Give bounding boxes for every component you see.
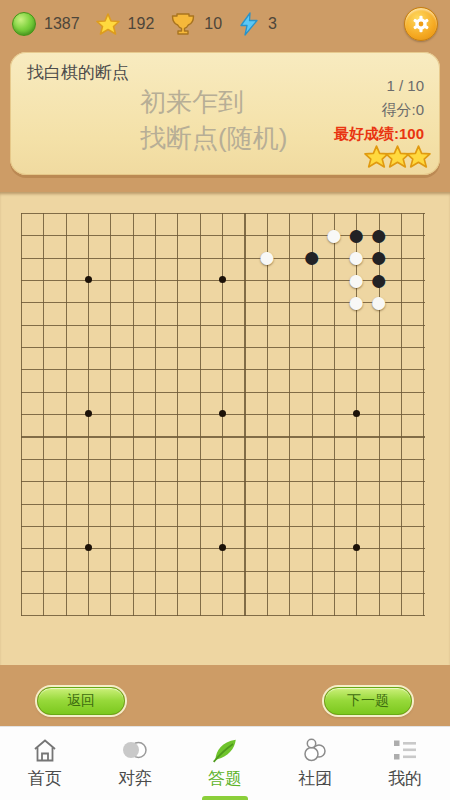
board-intersection[interactable] (278, 313, 300, 335)
board-intersection[interactable] (189, 268, 211, 290)
board-intersection[interactable] (189, 358, 211, 380)
board-intersection[interactable] (54, 492, 76, 514)
board-intersection[interactable] (345, 581, 367, 603)
board-intersection[interactable] (211, 514, 233, 536)
board-intersection[interactable] (300, 492, 322, 514)
board-intersection[interactable] (278, 559, 300, 581)
board-intersection[interactable] (99, 335, 121, 357)
board-intersection[interactable] (10, 425, 32, 447)
board-intersection[interactable] (390, 335, 412, 357)
board-intersection[interactable] (189, 581, 211, 603)
board-intersection[interactable] (54, 246, 76, 268)
board-intersection[interactable] (300, 425, 322, 447)
board-intersection[interactable]: ● (367, 224, 389, 246)
board-intersection[interactable] (323, 201, 345, 223)
board-intersection[interactable] (77, 514, 99, 536)
board-intersection[interactable] (211, 469, 233, 491)
nav-item-home[interactable]: 首页 (0, 727, 90, 800)
board-intersection[interactable] (189, 313, 211, 335)
board-intersection[interactable] (10, 380, 32, 402)
board-intersection[interactable] (99, 224, 121, 246)
board-intersection[interactable] (278, 425, 300, 447)
board-intersection[interactable] (211, 246, 233, 268)
board-intersection[interactable] (211, 201, 233, 223)
board-intersection[interactable] (390, 268, 412, 290)
board-intersection[interactable] (77, 380, 99, 402)
board-intersection[interactable] (10, 514, 32, 536)
board-intersection[interactable] (10, 536, 32, 558)
board-intersection[interactable] (211, 268, 233, 290)
board-intersection[interactable] (99, 536, 121, 558)
board-intersection[interactable] (54, 581, 76, 603)
board-intersection[interactable] (211, 380, 233, 402)
board-intersection[interactable] (189, 291, 211, 313)
board-intersection[interactable] (345, 313, 367, 335)
board-intersection[interactable] (233, 402, 255, 424)
board-intersection[interactable] (367, 492, 389, 514)
board-intersection[interactable] (256, 291, 278, 313)
board-intersection[interactable] (77, 358, 99, 380)
nav-item-play[interactable]: 对弈 (90, 727, 180, 800)
board-intersection[interactable] (211, 492, 233, 514)
board-intersection[interactable] (345, 469, 367, 491)
board-intersection[interactable] (99, 246, 121, 268)
board-intersection[interactable] (412, 335, 434, 357)
board-intersection[interactable] (32, 603, 54, 625)
board-intersection[interactable] (278, 268, 300, 290)
board-intersection[interactable] (54, 425, 76, 447)
board-intersection[interactable] (412, 603, 434, 625)
board-intersection[interactable] (166, 224, 188, 246)
board-intersection[interactable] (54, 291, 76, 313)
board-intersection[interactable] (412, 514, 434, 536)
board-intersection[interactable]: ● (367, 291, 389, 313)
board-intersection[interactable] (211, 447, 233, 469)
board-intersection[interactable] (323, 358, 345, 380)
board-intersection[interactable] (278, 224, 300, 246)
board-intersection[interactable] (77, 425, 99, 447)
board-intersection[interactable] (144, 268, 166, 290)
board-intersection[interactable] (323, 291, 345, 313)
board-intersection[interactable] (10, 201, 32, 223)
board-intersection[interactable] (144, 447, 166, 469)
board-intersection[interactable] (323, 469, 345, 491)
board-intersection[interactable] (367, 380, 389, 402)
board-intersection[interactable] (144, 581, 166, 603)
board-intersection[interactable] (166, 447, 188, 469)
board-intersection[interactable] (144, 402, 166, 424)
board-intersection[interactable] (345, 380, 367, 402)
board-intersection[interactable] (54, 313, 76, 335)
board-intersection[interactable] (345, 447, 367, 469)
board-intersection[interactable] (122, 536, 144, 558)
board-intersection[interactable] (278, 603, 300, 625)
board-intersection[interactable] (166, 603, 188, 625)
board-intersection[interactable] (99, 380, 121, 402)
board-intersection[interactable] (10, 469, 32, 491)
board-intersection[interactable] (32, 514, 54, 536)
board-intersection[interactable] (189, 447, 211, 469)
board-intersection[interactable] (54, 358, 76, 380)
board-intersection[interactable] (345, 425, 367, 447)
board-intersection[interactable] (144, 425, 166, 447)
board-intersection[interactable] (233, 335, 255, 357)
board-intersection[interactable] (144, 358, 166, 380)
board-intersection[interactable] (77, 201, 99, 223)
board-intersection[interactable] (367, 469, 389, 491)
board-intersection[interactable] (278, 581, 300, 603)
board-intersection[interactable] (256, 536, 278, 558)
board-intersection[interactable] (144, 201, 166, 223)
board-intersection[interactable] (233, 559, 255, 581)
board-intersection[interactable] (32, 224, 54, 246)
board-intersection[interactable] (122, 492, 144, 514)
board-intersection[interactable] (77, 224, 99, 246)
board-intersection[interactable] (412, 492, 434, 514)
board-intersection[interactable] (345, 514, 367, 536)
board-intersection[interactable] (99, 559, 121, 581)
board-intersection[interactable] (367, 559, 389, 581)
board-intersection[interactable] (122, 425, 144, 447)
board-intersection[interactable] (323, 425, 345, 447)
board-intersection[interactable] (144, 224, 166, 246)
board-intersection[interactable] (211, 291, 233, 313)
board-intersection[interactable] (77, 581, 99, 603)
board-intersection[interactable] (122, 402, 144, 424)
board-intersection[interactable] (10, 402, 32, 424)
board-intersection[interactable] (10, 559, 32, 581)
board-intersection[interactable] (233, 447, 255, 469)
board-intersection[interactable] (278, 492, 300, 514)
board-intersection[interactable] (300, 559, 322, 581)
board-intersection[interactable] (32, 291, 54, 313)
board-intersection[interactable] (32, 581, 54, 603)
board-intersection[interactable] (300, 447, 322, 469)
board-intersection[interactable] (300, 224, 322, 246)
board-intersection[interactable] (166, 335, 188, 357)
board-intersection[interactable] (323, 447, 345, 469)
board-intersection[interactable]: ● (300, 246, 322, 268)
board-intersection[interactable] (412, 447, 434, 469)
board-intersection[interactable] (54, 335, 76, 357)
board-intersection[interactable] (122, 380, 144, 402)
board-intersection[interactable] (77, 603, 99, 625)
board-intersection[interactable] (99, 425, 121, 447)
board-intersection[interactable] (367, 313, 389, 335)
board-intersection[interactable] (233, 514, 255, 536)
board-intersection[interactable] (144, 603, 166, 625)
board-intersection[interactable] (278, 447, 300, 469)
board-intersection[interactable] (345, 559, 367, 581)
board-intersection[interactable] (390, 313, 412, 335)
board-intersection[interactable] (77, 246, 99, 268)
board-intersection[interactable] (233, 536, 255, 558)
board-intersection[interactable] (278, 291, 300, 313)
board-intersection[interactable] (256, 469, 278, 491)
board-intersection[interactable] (77, 335, 99, 357)
board-intersection[interactable] (166, 536, 188, 558)
board-intersection[interactable] (412, 425, 434, 447)
board-intersection[interactable] (166, 246, 188, 268)
board-intersection[interactable] (32, 201, 54, 223)
board-intersection[interactable]: ● (345, 268, 367, 290)
board-intersection[interactable] (390, 402, 412, 424)
board-intersection[interactable] (345, 335, 367, 357)
board-intersection[interactable] (166, 358, 188, 380)
board-intersection[interactable] (144, 380, 166, 402)
nav-item-quiz[interactable]: 答题 (180, 727, 270, 800)
board-intersection[interactable] (122, 246, 144, 268)
board-intersection[interactable] (122, 358, 144, 380)
board-intersection[interactable] (32, 313, 54, 335)
board-intersection[interactable] (10, 492, 32, 514)
board-intersection[interactable] (367, 514, 389, 536)
next-question-button[interactable]: 下一题 (324, 687, 412, 715)
board-intersection[interactable] (300, 536, 322, 558)
board-intersection[interactable] (390, 291, 412, 313)
board-intersection[interactable] (10, 313, 32, 335)
board-intersection[interactable] (233, 224, 255, 246)
board-intersection[interactable] (323, 380, 345, 402)
board-intersection[interactable] (144, 536, 166, 558)
board-intersection[interactable] (323, 268, 345, 290)
board-intersection[interactable] (189, 201, 211, 223)
board-intersection[interactable] (300, 313, 322, 335)
board-intersection[interactable] (412, 291, 434, 313)
board-intersection[interactable] (99, 313, 121, 335)
board-intersection[interactable] (211, 313, 233, 335)
board-intersection[interactable] (323, 313, 345, 335)
board-intersection[interactable] (144, 492, 166, 514)
board-intersection[interactable] (256, 201, 278, 223)
board-intersection[interactable] (278, 358, 300, 380)
board-intersection[interactable] (54, 603, 76, 625)
board-intersection[interactable] (189, 559, 211, 581)
board-intersection[interactable] (77, 536, 99, 558)
board-intersection[interactable] (10, 246, 32, 268)
board-intersection[interactable] (32, 246, 54, 268)
board-intersection[interactable] (122, 268, 144, 290)
board-intersection[interactable] (10, 335, 32, 357)
board-intersection[interactable] (54, 514, 76, 536)
board-intersection[interactable] (99, 402, 121, 424)
board-intersection[interactable] (144, 291, 166, 313)
board-intersection[interactable] (367, 425, 389, 447)
board-intersection[interactable] (390, 201, 412, 223)
board-intersection[interactable] (166, 291, 188, 313)
board-intersection[interactable] (300, 291, 322, 313)
board-intersection[interactable] (77, 402, 99, 424)
board-intersection[interactable] (233, 246, 255, 268)
board-intersection[interactable] (32, 402, 54, 424)
board-intersection[interactable] (367, 536, 389, 558)
board-intersection[interactable] (166, 313, 188, 335)
board-intersection[interactable] (390, 536, 412, 558)
board-intersection[interactable] (412, 380, 434, 402)
board-intersection[interactable] (211, 335, 233, 357)
board-intersection[interactable] (256, 581, 278, 603)
board-intersection[interactable] (233, 268, 255, 290)
settings-button[interactable] (404, 7, 438, 41)
board-intersection[interactable] (300, 469, 322, 491)
nav-item-mine[interactable]: 我的 (360, 727, 450, 800)
board-intersection[interactable] (233, 380, 255, 402)
board-intersection[interactable] (233, 291, 255, 313)
board-intersection[interactable] (256, 224, 278, 246)
back-button[interactable]: 返回 (37, 687, 125, 715)
board-intersection[interactable]: ● (256, 246, 278, 268)
board-intersection[interactable] (122, 514, 144, 536)
board-intersection[interactable] (233, 201, 255, 223)
board-intersection[interactable] (233, 358, 255, 380)
board-intersection[interactable] (32, 425, 54, 447)
board-intersection[interactable] (166, 268, 188, 290)
board-intersection[interactable]: ● (345, 224, 367, 246)
board-intersection[interactable] (10, 358, 32, 380)
board-intersection[interactable] (367, 358, 389, 380)
board-intersection[interactable] (367, 603, 389, 625)
board-intersection[interactable] (323, 246, 345, 268)
board-intersection[interactable] (99, 447, 121, 469)
board-intersection[interactable] (390, 559, 412, 581)
board-intersection[interactable] (122, 313, 144, 335)
board-intersection[interactable] (122, 603, 144, 625)
board-intersection[interactable] (390, 469, 412, 491)
board-intersection[interactable] (189, 246, 211, 268)
board-intersection[interactable] (256, 447, 278, 469)
board-intersection[interactable] (278, 402, 300, 424)
board-intersection[interactable] (390, 246, 412, 268)
board-intersection[interactable] (32, 469, 54, 491)
board-intersection[interactable] (189, 536, 211, 558)
board-intersection[interactable] (233, 603, 255, 625)
board-intersection[interactable] (144, 469, 166, 491)
board-intersection[interactable] (233, 469, 255, 491)
board-intersection[interactable] (189, 224, 211, 246)
board-intersection[interactable]: ● (367, 268, 389, 290)
board-intersection[interactable] (99, 291, 121, 313)
board-intersection[interactable] (256, 559, 278, 581)
board-intersection[interactable] (99, 514, 121, 536)
board-intersection[interactable] (54, 469, 76, 491)
board-intersection[interactable] (32, 492, 54, 514)
board-intersection[interactable] (99, 201, 121, 223)
board-intersection[interactable] (345, 402, 367, 424)
board-intersection[interactable] (166, 425, 188, 447)
board-intersection[interactable] (10, 447, 32, 469)
board-intersection[interactable] (300, 268, 322, 290)
board-intersection[interactable] (390, 380, 412, 402)
board-intersection[interactable] (323, 536, 345, 558)
board-intersection[interactable] (32, 268, 54, 290)
board-intersection[interactable] (345, 492, 367, 514)
board-intersection[interactable] (166, 492, 188, 514)
board-intersection[interactable] (211, 603, 233, 625)
board-intersection[interactable] (367, 402, 389, 424)
board-intersection[interactable] (211, 581, 233, 603)
board-intersection[interactable] (412, 268, 434, 290)
board-intersection[interactable] (10, 291, 32, 313)
board-intersection[interactable] (278, 246, 300, 268)
board-intersection[interactable] (278, 514, 300, 536)
board-intersection[interactable] (122, 469, 144, 491)
board-intersection[interactable] (256, 335, 278, 357)
board-intersection[interactable] (122, 447, 144, 469)
board-intersection[interactable] (99, 469, 121, 491)
board-intersection[interactable] (233, 492, 255, 514)
board-intersection[interactable] (122, 291, 144, 313)
board-intersection[interactable] (10, 581, 32, 603)
board-intersection[interactable] (390, 514, 412, 536)
board-intersection[interactable] (77, 469, 99, 491)
board-intersection[interactable] (211, 559, 233, 581)
board-intersection[interactable] (412, 581, 434, 603)
board-intersection[interactable] (166, 402, 188, 424)
board-intersection[interactable] (256, 402, 278, 424)
board-intersection[interactable] (390, 492, 412, 514)
board-intersection[interactable] (10, 268, 32, 290)
board-intersection[interactable] (144, 514, 166, 536)
board-intersection[interactable] (345, 201, 367, 223)
board-intersection[interactable] (412, 313, 434, 335)
board-intersection[interactable] (323, 402, 345, 424)
board-intersection[interactable] (54, 402, 76, 424)
board-intersection[interactable] (323, 514, 345, 536)
board-intersection[interactable] (144, 313, 166, 335)
board-intersection[interactable] (345, 603, 367, 625)
board-intersection[interactable] (256, 358, 278, 380)
board-intersection[interactable]: ● (323, 224, 345, 246)
board-intersection[interactable] (390, 224, 412, 246)
board-intersection[interactable] (256, 492, 278, 514)
board-intersection[interactable] (390, 358, 412, 380)
board-intersection[interactable] (278, 335, 300, 357)
board-intersection[interactable] (278, 380, 300, 402)
board-intersection[interactable] (256, 514, 278, 536)
board-intersection[interactable] (54, 559, 76, 581)
board-intersection[interactable] (54, 447, 76, 469)
board-intersection[interactable] (54, 380, 76, 402)
board-intersection[interactable] (278, 536, 300, 558)
board-intersection[interactable] (32, 447, 54, 469)
board-intersection[interactable] (345, 358, 367, 380)
board-intersection[interactable] (412, 402, 434, 424)
board-intersection[interactable] (32, 335, 54, 357)
board-intersection[interactable] (233, 313, 255, 335)
board-intersection[interactable] (189, 492, 211, 514)
board-intersection[interactable]: ● (345, 291, 367, 313)
board-intersection[interactable] (77, 447, 99, 469)
board-intersection[interactable] (122, 335, 144, 357)
board-intersection[interactable] (390, 581, 412, 603)
board-intersection[interactable] (54, 201, 76, 223)
board-intersection[interactable] (300, 380, 322, 402)
board-intersection[interactable] (54, 268, 76, 290)
board-intersection[interactable]: ● (367, 246, 389, 268)
board-intersection[interactable] (256, 380, 278, 402)
board-intersection[interactable] (390, 603, 412, 625)
board-intersection[interactable] (189, 469, 211, 491)
board-intersection[interactable] (189, 380, 211, 402)
board-intersection[interactable] (32, 559, 54, 581)
board-intersection[interactable] (99, 492, 121, 514)
board-intersection[interactable] (345, 536, 367, 558)
board-intersection[interactable] (323, 492, 345, 514)
board-intersection[interactable] (189, 514, 211, 536)
board-intersection[interactable] (99, 358, 121, 380)
board-intersection[interactable] (300, 581, 322, 603)
board-intersection[interactable] (122, 559, 144, 581)
